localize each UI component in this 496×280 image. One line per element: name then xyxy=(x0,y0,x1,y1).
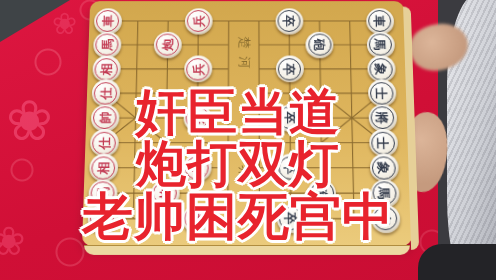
piece-character: 馬 xyxy=(95,34,119,56)
piece-red-車[interactable]: 車 xyxy=(93,8,121,34)
caption-line-2: 炮打双灯 xyxy=(38,138,438,190)
flower-ornament-icon: ❀ xyxy=(52,6,77,41)
piece-black-卒[interactable]: 卒 xyxy=(275,8,303,34)
piece-red-馬[interactable]: 馬 xyxy=(93,32,122,58)
piece-red-炮[interactable]: 炮 xyxy=(154,32,182,58)
piece-character: 象 xyxy=(369,58,393,80)
piece-red-相[interactable]: 相 xyxy=(92,56,121,83)
piece-character: 馬 xyxy=(369,34,393,56)
caption-line-3: 老帅困死宫中 xyxy=(38,190,438,243)
flower-ornament-icon: ❀ xyxy=(0,218,26,264)
piece-red-兵[interactable]: 兵 xyxy=(184,56,212,83)
caption-line-1: 奸臣当道 xyxy=(38,86,438,138)
piece-character: 車 xyxy=(96,10,120,32)
piece-black-車[interactable]: 車 xyxy=(366,8,394,34)
piece-character: 兵 xyxy=(187,10,210,32)
piece-black-砲[interactable]: 砲 xyxy=(306,32,334,58)
piece-character: 兵 xyxy=(186,58,209,80)
player-lap-shadow xyxy=(418,244,496,280)
video-caption-overlay: 奸臣当道 炮打双灯 老帅困死宫中 xyxy=(38,86,438,243)
piece-black-卒[interactable]: 卒 xyxy=(276,56,304,83)
piece-character: 炮 xyxy=(156,34,179,56)
piece-character: 卒 xyxy=(278,58,301,80)
piece-character: 砲 xyxy=(308,34,331,56)
piece-character: 相 xyxy=(94,58,118,80)
video-frame: ❀ ❀ ❀ 楚河 漢界 車馬相仕帥仕相馬車炮炮兵兵兵兵兵卒卒卒卒卒砲砲車馬象士將… xyxy=(0,0,496,280)
piece-character: 車 xyxy=(368,10,392,32)
piece-black-馬[interactable]: 馬 xyxy=(366,32,395,58)
river-label-chu-he: 楚河 xyxy=(235,29,252,84)
piece-character: 卒 xyxy=(278,10,301,32)
piece-red-兵[interactable]: 兵 xyxy=(184,8,212,34)
piece-black-象[interactable]: 象 xyxy=(367,56,396,83)
